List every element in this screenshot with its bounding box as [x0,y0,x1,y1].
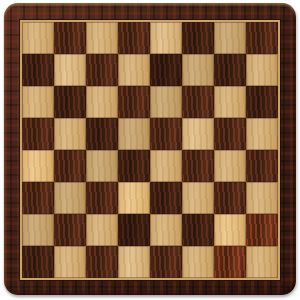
square-f5[interactable] [182,118,214,150]
square-f6[interactable] [182,86,214,118]
square-a4[interactable] [22,150,54,182]
square-a1[interactable] [22,246,54,278]
square-h7[interactable] [246,54,278,86]
square-a2[interactable] [22,214,54,246]
square-h1[interactable] [246,246,278,278]
chessboard [4,3,296,295]
square-f7[interactable] [182,54,214,86]
square-c3[interactable] [86,182,118,214]
square-c2[interactable] [86,214,118,246]
square-h6[interactable] [246,86,278,118]
square-e8[interactable] [150,22,182,54]
square-e6[interactable] [150,86,182,118]
playing-field [22,22,278,278]
square-b7[interactable] [54,54,86,86]
square-b6[interactable] [54,86,86,118]
square-g2[interactable] [214,214,246,246]
square-h3[interactable] [246,182,278,214]
maple-inlay-frame [20,20,280,280]
square-d6[interactable] [118,86,150,118]
square-a3[interactable] [22,182,54,214]
square-a8[interactable] [22,22,54,54]
square-e4[interactable] [150,150,182,182]
square-d1[interactable] [118,246,150,278]
square-h5[interactable] [246,118,278,150]
square-d3[interactable] [118,182,150,214]
square-a7[interactable] [22,54,54,86]
square-c6[interactable] [86,86,118,118]
square-f3[interactable] [182,182,214,214]
square-c7[interactable] [86,54,118,86]
square-g6[interactable] [214,86,246,118]
square-f2[interactable] [182,214,214,246]
square-a5[interactable] [22,118,54,150]
square-b5[interactable] [54,118,86,150]
square-h4[interactable] [246,150,278,182]
square-d5[interactable] [118,118,150,150]
square-d2[interactable] [118,214,150,246]
square-e5[interactable] [150,118,182,150]
square-b3[interactable] [54,182,86,214]
square-c4[interactable] [86,150,118,182]
square-g1[interactable] [214,246,246,278]
square-b4[interactable] [54,150,86,182]
square-e3[interactable] [150,182,182,214]
square-g5[interactable] [214,118,246,150]
square-d7[interactable] [118,54,150,86]
square-g7[interactable] [214,54,246,86]
square-h8[interactable] [246,22,278,54]
square-f4[interactable] [182,150,214,182]
square-d4[interactable] [118,150,150,182]
square-b1[interactable] [54,246,86,278]
square-a6[interactable] [22,86,54,118]
square-b8[interactable] [54,22,86,54]
square-c5[interactable] [86,118,118,150]
square-b2[interactable] [54,214,86,246]
square-e1[interactable] [150,246,182,278]
square-g4[interactable] [214,150,246,182]
square-h2[interactable] [246,214,278,246]
square-f8[interactable] [182,22,214,54]
square-d8[interactable] [118,22,150,54]
square-e2[interactable] [150,214,182,246]
square-f1[interactable] [182,246,214,278]
square-e7[interactable] [150,54,182,86]
square-c8[interactable] [86,22,118,54]
photo-background [0,0,300,300]
square-g8[interactable] [214,22,246,54]
square-c1[interactable] [86,246,118,278]
square-g3[interactable] [214,182,246,214]
